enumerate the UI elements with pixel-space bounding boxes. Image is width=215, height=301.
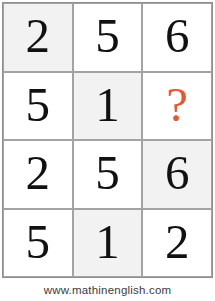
- cell-r3c3: 6: [142, 140, 212, 209]
- cell-r1c3: 6: [142, 3, 212, 72]
- watermark: www.mathinenglish.com: [0, 284, 215, 296]
- puzzle-grid: 25651?256512: [2, 2, 213, 278]
- cell-r3c1: 2: [3, 140, 73, 209]
- cell-r2c2: 1: [73, 72, 143, 141]
- cell-r2c1: 5: [3, 72, 73, 141]
- cell-r4c1: 5: [3, 209, 73, 278]
- unknown-cell-r2c3: ?: [142, 72, 212, 141]
- cell-r1c1: 2: [3, 3, 73, 72]
- cell-r1c2: 5: [73, 3, 143, 72]
- cell-r4c2: 1: [73, 209, 143, 278]
- cell-r3c2: 5: [73, 140, 143, 209]
- cell-r4c3: 2: [142, 209, 212, 278]
